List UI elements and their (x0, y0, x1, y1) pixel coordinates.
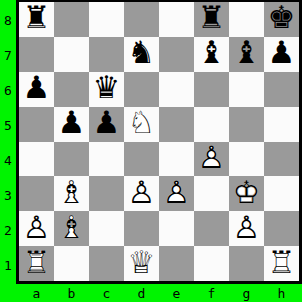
square-g3[interactable]: ♚♔ (229, 176, 264, 211)
square-d4[interactable] (124, 142, 159, 177)
square-g5[interactable] (229, 107, 264, 142)
square-f2[interactable] (194, 211, 229, 246)
black-bishop-piece[interactable]: ♝ (229, 37, 264, 72)
square-b3[interactable]: ♝♗ (54, 176, 89, 211)
square-c5[interactable]: ♟ (89, 107, 124, 142)
black-king-piece[interactable]: ♚ (264, 2, 299, 37)
square-b1[interactable] (54, 246, 89, 281)
square-d8[interactable] (124, 2, 159, 37)
file-label-c: c (89, 283, 124, 302)
square-f3[interactable] (194, 176, 229, 211)
white-rook-outline-icon: ♖ (264, 247, 299, 278)
square-d6[interactable] (124, 72, 159, 107)
rank-label-4: 4 (0, 142, 16, 177)
white-queen-piece[interactable]: ♛♕ (124, 246, 159, 281)
white-pawn-piece[interactable]: ♟♙ (229, 211, 264, 246)
black-pawn-piece[interactable]: ♟ (264, 37, 299, 72)
square-g2[interactable]: ♟♙ (229, 211, 264, 246)
board-frame: ♜♜♚♞♝♝♟♟♛♟♟♞♘♟♙♝♗♟♙♟♙♚♔♟♙♝♗♟♙♜♖♛♕♜♖ (16, 0, 302, 284)
white-king-outline-icon: ♔ (229, 177, 264, 208)
square-a5[interactable] (19, 107, 54, 142)
file-label-a: a (19, 283, 54, 302)
square-f1[interactable] (194, 246, 229, 281)
black-rook-piece[interactable]: ♜ (19, 2, 54, 37)
file-label-f: f (194, 283, 229, 302)
square-b4[interactable] (54, 142, 89, 177)
square-h7[interactable]: ♟ (264, 37, 299, 72)
rank-label-2: 2 (0, 211, 16, 246)
black-pawn-piece[interactable]: ♟ (54, 107, 89, 142)
square-b5[interactable]: ♟ (54, 107, 89, 142)
black-king-icon: ♚ (264, 3, 299, 34)
square-g7[interactable]: ♝ (229, 37, 264, 72)
black-pawn-icon: ♟ (264, 38, 299, 69)
square-a2[interactable]: ♟♙ (19, 211, 54, 246)
square-a7[interactable] (19, 37, 54, 72)
square-b8[interactable] (54, 2, 89, 37)
square-c2[interactable] (89, 211, 124, 246)
square-a8[interactable]: ♜ (19, 2, 54, 37)
rank-label-8: 8 (0, 2, 16, 37)
white-pawn-piece[interactable]: ♟♙ (194, 142, 229, 177)
square-d7[interactable]: ♞ (124, 37, 159, 72)
square-h5[interactable] (264, 107, 299, 142)
black-rook-piece[interactable]: ♜ (194, 2, 229, 37)
chess-board: ♜♜♚♞♝♝♟♟♛♟♟♞♘♟♙♝♗♟♙♟♙♚♔♟♙♝♗♟♙♜♖♛♕♜♖ (19, 2, 299, 281)
square-a6[interactable]: ♟ (19, 72, 54, 107)
square-g1[interactable] (229, 246, 264, 281)
file-label-g: g (229, 283, 264, 302)
white-knight-outline-icon: ♘ (124, 107, 159, 138)
black-pawn-piece[interactable]: ♟ (19, 72, 54, 107)
rank-label-6: 6 (0, 72, 16, 107)
square-b7[interactable] (54, 37, 89, 72)
square-d2[interactable] (124, 211, 159, 246)
white-pawn-outline-icon: ♙ (124, 177, 159, 208)
white-king-piece[interactable]: ♚♔ (229, 176, 264, 211)
square-c1[interactable] (89, 246, 124, 281)
square-g8[interactable] (229, 2, 264, 37)
black-queen-icon: ♛ (89, 72, 124, 103)
black-knight-icon: ♞ (124, 38, 159, 69)
white-bishop-piece[interactable]: ♝♗ (54, 211, 89, 246)
square-e7[interactable] (159, 37, 194, 72)
square-e1[interactable] (159, 246, 194, 281)
file-labels: abcdefgh (19, 283, 299, 302)
black-pawn-icon: ♟ (54, 107, 89, 138)
square-c6[interactable]: ♛ (89, 72, 124, 107)
square-a1[interactable]: ♜♖ (19, 246, 54, 281)
square-e3[interactable]: ♟♙ (159, 176, 194, 211)
square-e2[interactable] (159, 211, 194, 246)
square-g6[interactable] (229, 72, 264, 107)
white-pawn-outline-icon: ♙ (229, 212, 264, 243)
square-a3[interactable] (19, 176, 54, 211)
rank-label-1: 1 (0, 246, 16, 281)
square-a4[interactable] (19, 142, 54, 177)
black-pawn-piece[interactable]: ♟ (89, 107, 124, 142)
white-rook-piece[interactable]: ♜♖ (264, 246, 299, 281)
square-b2[interactable]: ♝♗ (54, 211, 89, 246)
square-h2[interactable] (264, 211, 299, 246)
white-rook-outline-icon: ♖ (19, 247, 54, 278)
square-f7[interactable]: ♝ (194, 37, 229, 72)
chess-board-window: 87654321 ♜♜♚♞♝♝♟♟♛♟♟♞♘♟♙♝♗♟♙♟♙♚♔♟♙♝♗♟♙♜♖… (0, 0, 302, 302)
rank-label-3: 3 (0, 176, 16, 211)
square-h1[interactable]: ♜♖ (264, 246, 299, 281)
square-h3[interactable] (264, 176, 299, 211)
square-b6[interactable] (54, 72, 89, 107)
square-h6[interactable] (264, 72, 299, 107)
square-f5[interactable] (194, 107, 229, 142)
file-label-d: d (124, 283, 159, 302)
black-queen-piece[interactable]: ♛ (89, 72, 124, 107)
white-pawn-piece[interactable]: ♟♙ (19, 211, 54, 246)
white-pawn-outline-icon: ♙ (19, 212, 54, 243)
square-d3[interactable]: ♟♙ (124, 176, 159, 211)
black-pawn-icon: ♟ (89, 107, 124, 138)
white-knight-piece[interactable]: ♞♘ (124, 107, 159, 142)
black-bishop-icon: ♝ (229, 38, 264, 69)
black-knight-piece[interactable]: ♞ (124, 37, 159, 72)
square-g4[interactable] (229, 142, 264, 177)
black-bishop-icon: ♝ (194, 38, 229, 69)
rank-labels: 87654321 (0, 2, 16, 281)
file-label-e: e (159, 283, 194, 302)
white-pawn-piece[interactable]: ♟♙ (124, 176, 159, 211)
square-d5[interactable]: ♞♘ (124, 107, 159, 142)
black-rook-icon: ♜ (194, 3, 229, 34)
square-f8[interactable]: ♜ (194, 2, 229, 37)
black-pawn-icon: ♟ (19, 72, 54, 103)
square-f4[interactable]: ♟♙ (194, 142, 229, 177)
square-e4[interactable] (159, 142, 194, 177)
square-e6[interactable] (159, 72, 194, 107)
square-h8[interactable]: ♚ (264, 2, 299, 37)
white-rook-piece[interactable]: ♜♖ (19, 246, 54, 281)
square-c7[interactable] (89, 37, 124, 72)
white-bishop-piece[interactable]: ♝♗ (54, 176, 89, 211)
square-c3[interactable] (89, 176, 124, 211)
white-pawn-outline-icon: ♙ (194, 142, 229, 173)
square-h4[interactable] (264, 142, 299, 177)
file-label-b: b (54, 283, 89, 302)
file-label-h: h (264, 283, 299, 302)
square-f6[interactable] (194, 72, 229, 107)
square-e5[interactable] (159, 107, 194, 142)
square-c8[interactable] (89, 2, 124, 37)
white-pawn-outline-icon: ♙ (159, 177, 194, 208)
rank-label-5: 5 (0, 107, 16, 142)
white-bishop-outline-icon: ♗ (54, 212, 89, 243)
square-e8[interactable] (159, 2, 194, 37)
black-bishop-piece[interactable]: ♝ (194, 37, 229, 72)
rank-label-7: 7 (0, 37, 16, 72)
white-pawn-piece[interactable]: ♟♙ (159, 176, 194, 211)
black-rook-icon: ♜ (19, 3, 54, 34)
white-bishop-outline-icon: ♗ (54, 177, 89, 208)
square-d1[interactable]: ♛♕ (124, 246, 159, 281)
square-c4[interactable] (89, 142, 124, 177)
white-queen-outline-icon: ♕ (124, 247, 159, 278)
